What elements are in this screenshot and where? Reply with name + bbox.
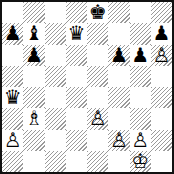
white-pawn[interactable]: ♙	[89, 108, 107, 129]
square-f6[interactable]: ♟	[108, 45, 129, 66]
square-h3[interactable]	[151, 108, 172, 129]
square-c3[interactable]	[45, 108, 66, 129]
black-king[interactable]: ♚	[89, 2, 107, 23]
white-bishop[interactable]: ♗	[25, 108, 43, 129]
white-pawn[interactable]: ♙	[110, 130, 128, 151]
square-b3[interactable]: ♗	[23, 108, 44, 129]
black-pawn[interactable]: ♟	[131, 45, 149, 66]
square-b4[interactable]	[23, 87, 44, 108]
square-e4[interactable]	[87, 87, 108, 108]
square-b6[interactable]: ♟	[23, 45, 44, 66]
square-g1[interactable]: ♔	[130, 151, 151, 172]
chess-diagram: ♚♟♝♛♟♟♟♟♙♛♗♙♙♙♙♔	[0, 0, 174, 174]
square-f2[interactable]: ♙	[108, 130, 129, 151]
square-h7[interactable]: ♟	[151, 23, 172, 44]
square-c5[interactable]	[45, 66, 66, 87]
square-d1[interactable]	[66, 151, 87, 172]
square-h1[interactable]	[151, 151, 172, 172]
white-pawn[interactable]: ♙	[152, 45, 170, 66]
square-h8[interactable]	[151, 2, 172, 23]
square-d7[interactable]: ♛	[66, 23, 87, 44]
square-f5[interactable]	[108, 66, 129, 87]
black-queen[interactable]: ♛	[4, 87, 22, 108]
square-g5[interactable]	[130, 66, 151, 87]
black-queen[interactable]: ♛	[67, 23, 85, 44]
square-b2[interactable]	[23, 130, 44, 151]
square-a5[interactable]	[2, 66, 23, 87]
square-a1[interactable]	[2, 151, 23, 172]
square-a2[interactable]: ♙	[2, 130, 23, 151]
square-d8[interactable]	[66, 2, 87, 23]
square-d4[interactable]	[66, 87, 87, 108]
square-e6[interactable]	[87, 45, 108, 66]
square-h2[interactable]	[151, 130, 172, 151]
square-a3[interactable]	[2, 108, 23, 129]
square-g4[interactable]	[130, 87, 151, 108]
black-bishop[interactable]: ♝	[25, 23, 43, 44]
square-c8[interactable]	[45, 2, 66, 23]
square-f3[interactable]	[108, 108, 129, 129]
square-h6[interactable]: ♙	[151, 45, 172, 66]
square-e5[interactable]	[87, 66, 108, 87]
white-pawn[interactable]: ♙	[4, 130, 22, 151]
black-pawn[interactable]: ♟	[110, 45, 128, 66]
square-f8[interactable]	[108, 2, 129, 23]
white-king[interactable]: ♔	[131, 151, 149, 172]
square-d5[interactable]	[66, 66, 87, 87]
square-f7[interactable]	[108, 23, 129, 44]
square-a4[interactable]: ♛	[2, 87, 23, 108]
board-frame: ♚♟♝♛♟♟♟♟♙♛♗♙♙♙♙♔	[0, 0, 174, 174]
square-f1[interactable]	[108, 151, 129, 172]
square-a7[interactable]: ♟	[2, 23, 23, 44]
square-e1[interactable]	[87, 151, 108, 172]
square-e2[interactable]	[87, 130, 108, 151]
square-b5[interactable]	[23, 66, 44, 87]
black-pawn[interactable]: ♟	[25, 45, 43, 66]
black-pawn[interactable]: ♟	[152, 23, 170, 44]
chess-board: ♚♟♝♛♟♟♟♟♙♛♗♙♙♙♙♔	[2, 2, 172, 172]
square-b8[interactable]	[23, 2, 44, 23]
white-pawn[interactable]: ♙	[131, 130, 149, 151]
square-h4[interactable]	[151, 87, 172, 108]
square-g6[interactable]: ♟	[130, 45, 151, 66]
square-c7[interactable]	[45, 23, 66, 44]
square-g2[interactable]: ♙	[130, 130, 151, 151]
square-h5[interactable]	[151, 66, 172, 87]
square-a6[interactable]	[2, 45, 23, 66]
square-c4[interactable]	[45, 87, 66, 108]
black-pawn[interactable]: ♟	[4, 23, 22, 44]
square-g7[interactable]	[130, 23, 151, 44]
square-b1[interactable]	[23, 151, 44, 172]
square-e8[interactable]: ♚	[87, 2, 108, 23]
square-c2[interactable]	[45, 130, 66, 151]
square-b7[interactable]: ♝	[23, 23, 44, 44]
square-e3[interactable]: ♙	[87, 108, 108, 129]
square-d3[interactable]	[66, 108, 87, 129]
square-c6[interactable]	[45, 45, 66, 66]
square-a8[interactable]	[2, 2, 23, 23]
square-g3[interactable]	[130, 108, 151, 129]
square-d6[interactable]	[66, 45, 87, 66]
square-c1[interactable]	[45, 151, 66, 172]
square-d2[interactable]	[66, 130, 87, 151]
square-f4[interactable]	[108, 87, 129, 108]
square-g8[interactable]	[130, 2, 151, 23]
square-e7[interactable]	[87, 23, 108, 44]
